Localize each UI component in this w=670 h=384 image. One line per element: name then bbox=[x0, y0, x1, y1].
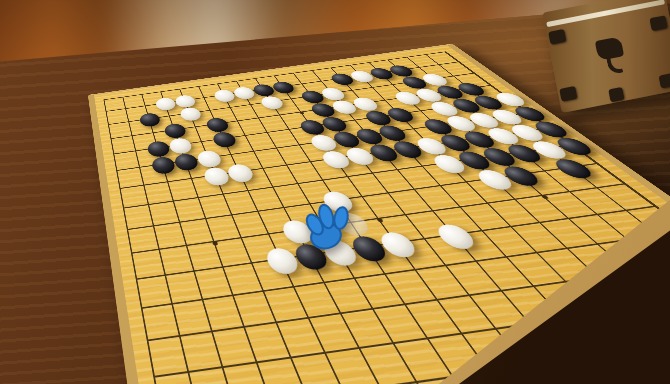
game-scene bbox=[0, 0, 670, 384]
corner-bracket-icon bbox=[559, 86, 577, 102]
hoshi-point bbox=[299, 112, 304, 115]
corner-bracket-icon bbox=[659, 73, 670, 89]
corner-bracket-icon bbox=[649, 15, 667, 31]
corner-bracket-icon bbox=[608, 87, 624, 102]
clasp-icon bbox=[595, 36, 624, 61]
player-cursor-hand-icon bbox=[302, 198, 366, 256]
corner-bracket-icon bbox=[548, 29, 566, 45]
